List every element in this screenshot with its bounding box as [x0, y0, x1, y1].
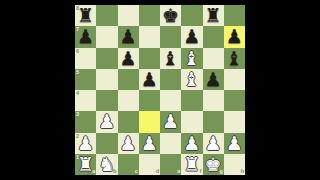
square-g3[interactable] — [203, 111, 224, 132]
square-g2[interactable]: ♟ — [203, 133, 224, 154]
square-a2[interactable]: 2♟ — [75, 133, 96, 154]
square-c3[interactable] — [118, 111, 139, 132]
square-f8[interactable] — [181, 5, 202, 26]
square-d4[interactable] — [139, 90, 160, 111]
square-d7[interactable] — [139, 26, 160, 47]
square-c7[interactable]: ♟ — [118, 26, 139, 47]
square-e4[interactable] — [160, 90, 181, 111]
white-pawn-icon[interactable]: ♟ — [205, 133, 222, 152]
white-pawn-icon[interactable]: ♟ — [226, 133, 243, 152]
white-pawn-icon[interactable]: ♟ — [77, 133, 94, 152]
white-king-icon[interactable]: ♚ — [205, 154, 222, 173]
square-b5[interactable] — [96, 69, 117, 90]
square-c5[interactable] — [118, 69, 139, 90]
square-h4[interactable] — [224, 90, 245, 111]
square-c6[interactable]: ♟ — [118, 48, 139, 69]
chess-board: 8♜♚♜7♟♟♟♟6♟♝♝♝5♟♝♟43♟♟2♟♟♟♟♟♟1a♜b♞cdef♜g… — [75, 5, 245, 175]
rank-label-3: 3 — [76, 112, 79, 118]
square-a1[interactable]: 1a♜ — [75, 154, 96, 175]
square-b8[interactable] — [96, 5, 117, 26]
square-b2[interactable] — [96, 133, 117, 154]
rank-label-4: 4 — [76, 91, 79, 97]
black-king-icon[interactable]: ♚ — [162, 6, 179, 25]
white-rook-icon[interactable]: ♜ — [183, 154, 200, 173]
square-g1[interactable]: g♚ — [203, 154, 224, 175]
square-h5[interactable] — [224, 69, 245, 90]
black-pawn-icon[interactable]: ♟ — [120, 27, 137, 46]
white-knight-icon[interactable]: ♞ — [98, 154, 115, 173]
black-pawn-icon[interactable]: ♟ — [77, 27, 94, 46]
square-c4[interactable] — [118, 90, 139, 111]
file-label-h: h — [241, 169, 244, 175]
square-f4[interactable] — [181, 90, 202, 111]
file-label-c: c — [135, 169, 138, 175]
square-a6[interactable]: 6 — [75, 48, 96, 69]
white-pawn-icon[interactable]: ♟ — [162, 112, 179, 131]
square-d2[interactable]: ♟ — [139, 133, 160, 154]
square-d8[interactable] — [139, 5, 160, 26]
square-f3[interactable] — [181, 111, 202, 132]
white-pawn-icon[interactable]: ♟ — [120, 133, 137, 152]
square-f7[interactable]: ♟ — [181, 26, 202, 47]
square-d3[interactable] — [139, 111, 160, 132]
square-a5[interactable]: 5 — [75, 69, 96, 90]
square-c1[interactable]: c — [118, 154, 139, 175]
square-g6[interactable] — [203, 48, 224, 69]
square-d6[interactable] — [139, 48, 160, 69]
white-pawn-icon[interactable]: ♟ — [141, 133, 158, 152]
white-bishop-icon[interactable]: ♝ — [183, 69, 200, 88]
square-d5[interactable]: ♟ — [139, 69, 160, 90]
square-e6[interactable]: ♝ — [160, 48, 181, 69]
square-e1[interactable]: e — [160, 154, 181, 175]
black-pawn-icon[interactable]: ♟ — [141, 69, 158, 88]
square-a4[interactable]: 4 — [75, 90, 96, 111]
square-b7[interactable] — [96, 26, 117, 47]
square-f2[interactable]: ♟ — [181, 133, 202, 154]
square-f1[interactable]: f♜ — [181, 154, 202, 175]
black-pawn-icon[interactable]: ♟ — [183, 27, 200, 46]
square-a3[interactable]: 3 — [75, 111, 96, 132]
square-b3[interactable]: ♟ — [96, 111, 117, 132]
square-b1[interactable]: b♞ — [96, 154, 117, 175]
white-rook-icon[interactable]: ♜ — [77, 154, 94, 173]
square-g5[interactable]: ♟ — [203, 69, 224, 90]
square-e5[interactable] — [160, 69, 181, 90]
square-h1[interactable]: h — [224, 154, 245, 175]
app-window: 8♜♚♜7♟♟♟♟6♟♝♝♝5♟♝♟43♟♟2♟♟♟♟♟♟1a♜b♞cdef♜g… — [0, 0, 320, 180]
black-rook-icon[interactable]: ♜ — [77, 6, 94, 25]
black-pawn-icon[interactable]: ♟ — [205, 69, 222, 88]
white-bishop-icon[interactable]: ♝ — [183, 48, 200, 67]
square-e7[interactable] — [160, 26, 181, 47]
file-label-d: d — [156, 169, 159, 175]
square-b6[interactable] — [96, 48, 117, 69]
black-pawn-icon[interactable]: ♟ — [226, 27, 243, 46]
rank-label-5: 5 — [76, 70, 79, 76]
black-pawn-icon[interactable]: ♟ — [120, 48, 137, 67]
square-e2[interactable] — [160, 133, 181, 154]
rank-label-6: 6 — [76, 49, 79, 55]
square-a7[interactable]: 7♟ — [75, 26, 96, 47]
square-e8[interactable]: ♚ — [160, 5, 181, 26]
white-pawn-icon[interactable]: ♟ — [98, 112, 115, 131]
square-h8[interactable] — [224, 5, 245, 26]
square-g8[interactable]: ♜ — [203, 5, 224, 26]
square-f5[interactable]: ♝ — [181, 69, 202, 90]
white-pawn-icon[interactable]: ♟ — [183, 133, 200, 152]
square-f6[interactable]: ♝ — [181, 48, 202, 69]
square-e3[interactable]: ♟ — [160, 111, 181, 132]
square-b4[interactable] — [96, 90, 117, 111]
file-label-e: e — [177, 169, 180, 175]
square-d1[interactable]: d — [139, 154, 160, 175]
square-h7[interactable]: ♟ — [224, 26, 245, 47]
square-g4[interactable] — [203, 90, 224, 111]
square-a8[interactable]: 8♜ — [75, 5, 96, 26]
square-c2[interactable]: ♟ — [118, 133, 139, 154]
black-bishop-icon[interactable]: ♝ — [162, 48, 179, 67]
square-g7[interactable] — [203, 26, 224, 47]
square-h6[interactable]: ♝ — [224, 48, 245, 69]
square-h3[interactable] — [224, 111, 245, 132]
square-c8[interactable] — [118, 5, 139, 26]
black-rook-icon[interactable]: ♜ — [205, 6, 222, 25]
square-h2[interactable]: ♟ — [224, 133, 245, 154]
black-bishop-icon[interactable]: ♝ — [226, 48, 243, 67]
